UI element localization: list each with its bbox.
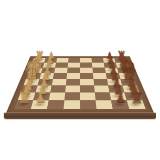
square-f4: [67, 68, 80, 73]
board-perspective: ♜♟♟♜♞♟♟♞♝♟♟♝♚♟♟♚♛♟♟♛♝♟♟♝♞♟♟♞♜♟♟♜: [0, 0, 160, 160]
black-rook: ♜: [120, 90, 152, 105]
chess-set-photo: ♜♟♟♜♞♟♟♞♝♟♟♝♚♟♟♚♛♟♟♛♝♟♟♝♞♟♟♞♜♟♟♜: [0, 0, 160, 160]
board-frame: ♜♟♟♜♞♟♟♞♝♟♟♝♚♟♟♚♛♟♟♛♝♟♟♝♞♟♟♞♜♟♟♜: [6, 56, 154, 112]
square-b5: [80, 93, 96, 101]
square-d5: [80, 79, 94, 85]
square-c5: [80, 85, 95, 92]
square-f5: [80, 68, 93, 73]
square-a4: [64, 100, 80, 109]
square-a8: ♜: [127, 100, 146, 109]
square-a5: [80, 100, 96, 109]
board-grid: ♜♟♟♜♞♟♟♞♝♟♟♝♚♟♟♚♛♟♟♛♝♟♟♝♞♟♟♞♜♟♟♜: [14, 58, 145, 109]
white-rook: ♜: [8, 90, 40, 105]
board-edge: [4, 113, 156, 120]
square-b4: [64, 93, 80, 101]
square-d4: [66, 79, 80, 85]
chess-board: ♜♟♟♜♞♟♟♞♝♟♟♝♚♟♟♚♛♟♟♛♝♟♟♝♞♟♟♞♜♟♟♜: [6, 56, 154, 112]
square-c4: [65, 85, 80, 92]
